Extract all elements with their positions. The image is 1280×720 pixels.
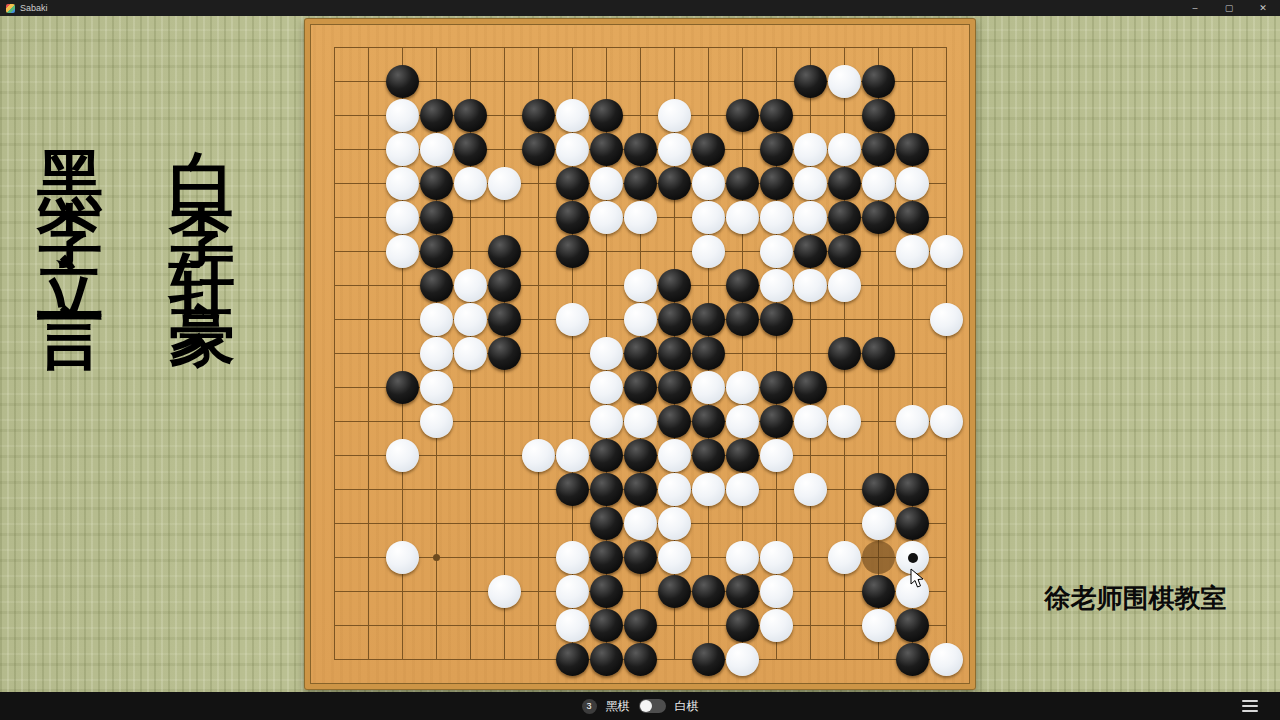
black-stone bbox=[896, 133, 929, 166]
black-stone bbox=[658, 405, 691, 438]
black-stone bbox=[420, 167, 453, 200]
black-stone bbox=[590, 609, 623, 642]
black-stone bbox=[420, 99, 453, 132]
black-stone bbox=[420, 235, 453, 268]
white-stone bbox=[760, 439, 793, 472]
black-stone bbox=[794, 65, 827, 98]
black-stone bbox=[760, 405, 793, 438]
white-stone bbox=[556, 575, 589, 608]
white-stone bbox=[454, 303, 487, 336]
white-stone bbox=[692, 371, 725, 404]
white-stone bbox=[624, 405, 657, 438]
white-stone bbox=[420, 405, 453, 438]
white-stone bbox=[828, 405, 861, 438]
white-stone bbox=[692, 235, 725, 268]
black-stone bbox=[624, 337, 657, 370]
white-stone bbox=[658, 473, 691, 506]
white-stone bbox=[386, 439, 419, 472]
close-button[interactable]: ✕ bbox=[1246, 0, 1280, 16]
white-stone bbox=[556, 303, 589, 336]
black-stone bbox=[556, 643, 589, 676]
black-stone bbox=[556, 167, 589, 200]
white-stone bbox=[930, 235, 963, 268]
black-stone bbox=[556, 201, 589, 234]
white-stone bbox=[658, 439, 691, 472]
white-stone bbox=[624, 269, 657, 302]
white-stone bbox=[420, 337, 453, 370]
black-stone bbox=[590, 133, 623, 166]
black-stone bbox=[522, 133, 555, 166]
white-stone bbox=[386, 133, 419, 166]
white-stone bbox=[930, 303, 963, 336]
black-stone bbox=[828, 337, 861, 370]
white-stone bbox=[726, 405, 759, 438]
white-stone bbox=[760, 269, 793, 302]
hamburger-menu-icon[interactable] bbox=[1242, 700, 1258, 712]
black-stone bbox=[590, 439, 623, 472]
app-window: Sabaki – ▢ ✕ 黑李立言 白李轩豪 徐老师围棋教室 3 黑棋 白棋 bbox=[0, 0, 1280, 720]
white-stone bbox=[794, 473, 827, 506]
white-stone bbox=[590, 405, 623, 438]
black-stone bbox=[624, 133, 657, 166]
white-player-name: 白李轩豪 bbox=[170, 98, 236, 298]
white-stone bbox=[386, 235, 419, 268]
white-stone bbox=[590, 337, 623, 370]
white-stone bbox=[760, 541, 793, 574]
black-stone bbox=[726, 609, 759, 642]
minimize-button[interactable]: – bbox=[1178, 0, 1212, 16]
white-stone bbox=[454, 167, 487, 200]
maximize-button[interactable]: ▢ bbox=[1212, 0, 1246, 16]
black-stone bbox=[454, 133, 487, 166]
white-stone bbox=[896, 167, 929, 200]
black-stone bbox=[590, 575, 623, 608]
black-stone bbox=[862, 65, 895, 98]
white-stone bbox=[386, 541, 419, 574]
bottom-toolbar: 3 黑棋 白棋 bbox=[0, 692, 1280, 720]
white-stone bbox=[726, 201, 759, 234]
mouse-cursor-icon bbox=[910, 568, 925, 593]
white-stone bbox=[590, 201, 623, 234]
black-stone bbox=[862, 201, 895, 234]
black-stone bbox=[828, 201, 861, 234]
sabaki-app-icon bbox=[6, 4, 15, 13]
black-stone bbox=[760, 303, 793, 336]
black-stone bbox=[692, 575, 725, 608]
white-stone bbox=[692, 201, 725, 234]
black-stone bbox=[488, 337, 521, 370]
white-stone bbox=[862, 609, 895, 642]
white-stone bbox=[828, 541, 861, 574]
white-stone bbox=[896, 405, 929, 438]
white-stone bbox=[726, 541, 759, 574]
black-stone bbox=[794, 235, 827, 268]
white-stone bbox=[556, 133, 589, 166]
white-stone bbox=[794, 201, 827, 234]
white-stone bbox=[794, 269, 827, 302]
black-stone bbox=[692, 439, 725, 472]
white-stone bbox=[794, 133, 827, 166]
white-turn-label[interactable]: 白棋 bbox=[675, 698, 699, 715]
turn-toggle[interactable] bbox=[639, 699, 666, 713]
black-stone bbox=[590, 643, 623, 676]
white-stone bbox=[658, 133, 691, 166]
white-stone bbox=[692, 473, 725, 506]
window-title: Sabaki bbox=[20, 3, 48, 13]
white-stone bbox=[454, 269, 487, 302]
white-stone bbox=[760, 235, 793, 268]
black-stone bbox=[692, 405, 725, 438]
black-stone bbox=[488, 235, 521, 268]
white-stone bbox=[658, 507, 691, 540]
black-stone bbox=[726, 269, 759, 302]
black-stone bbox=[522, 99, 555, 132]
window-controls: – ▢ ✕ bbox=[1178, 0, 1280, 16]
black-stone bbox=[590, 541, 623, 574]
black-stone bbox=[624, 541, 657, 574]
black-stone bbox=[624, 473, 657, 506]
white-stone bbox=[624, 507, 657, 540]
black-stone bbox=[726, 167, 759, 200]
white-stone bbox=[862, 167, 895, 200]
black-stone bbox=[862, 99, 895, 132]
white-stone bbox=[760, 575, 793, 608]
white-stone bbox=[556, 99, 589, 132]
white-stone bbox=[556, 541, 589, 574]
black-stone bbox=[726, 439, 759, 472]
black-stone bbox=[828, 167, 861, 200]
black-stone bbox=[386, 65, 419, 98]
white-stone bbox=[624, 303, 657, 336]
black-stone bbox=[590, 99, 623, 132]
white-stone bbox=[828, 65, 861, 98]
black-stone bbox=[386, 371, 419, 404]
black-stone bbox=[862, 133, 895, 166]
black-stone bbox=[896, 507, 929, 540]
white-stone bbox=[488, 575, 521, 608]
black-stone bbox=[692, 133, 725, 166]
black-stone bbox=[420, 269, 453, 302]
black-stone bbox=[726, 575, 759, 608]
white-stone bbox=[726, 643, 759, 676]
white-stone bbox=[454, 337, 487, 370]
black-stone bbox=[828, 235, 861, 268]
black-stone bbox=[692, 643, 725, 676]
white-stone bbox=[794, 167, 827, 200]
black-stone bbox=[726, 303, 759, 336]
white-stone bbox=[590, 167, 623, 200]
white-stone bbox=[420, 371, 453, 404]
white-stone bbox=[386, 201, 419, 234]
black-stone bbox=[726, 99, 759, 132]
white-stone bbox=[556, 439, 589, 472]
black-stone bbox=[862, 575, 895, 608]
hoshi-point bbox=[433, 554, 440, 561]
black-stone bbox=[896, 201, 929, 234]
white-stone bbox=[624, 201, 657, 234]
black-stone bbox=[488, 303, 521, 336]
move-count-badge: 3 bbox=[582, 699, 597, 714]
black-stone bbox=[624, 439, 657, 472]
black-stone bbox=[896, 473, 929, 506]
white-stone bbox=[488, 167, 521, 200]
black-stone bbox=[896, 609, 929, 642]
white-stone bbox=[692, 167, 725, 200]
black-stone bbox=[760, 99, 793, 132]
black-stone bbox=[488, 269, 521, 302]
white-stone bbox=[658, 99, 691, 132]
white-stone bbox=[794, 405, 827, 438]
title-bar: Sabaki – ▢ ✕ bbox=[0, 0, 1280, 16]
white-stone bbox=[896, 235, 929, 268]
black-stone bbox=[624, 609, 657, 642]
classroom-caption: 徐老师围棋教室 bbox=[1028, 581, 1243, 616]
black-stone bbox=[590, 473, 623, 506]
black-stone bbox=[556, 473, 589, 506]
white-stone bbox=[658, 541, 691, 574]
black-stone bbox=[760, 371, 793, 404]
white-stone bbox=[420, 133, 453, 166]
go-board[interactable] bbox=[304, 18, 976, 690]
black-stone bbox=[658, 371, 691, 404]
black-stone bbox=[862, 337, 895, 370]
black-stone bbox=[760, 133, 793, 166]
black-stone bbox=[658, 167, 691, 200]
last-move-marker bbox=[908, 553, 918, 563]
white-stone bbox=[930, 405, 963, 438]
white-stone bbox=[386, 167, 419, 200]
black-stone bbox=[420, 201, 453, 234]
black-player-name: 黑李立言 bbox=[38, 98, 104, 298]
black-stone bbox=[658, 269, 691, 302]
white-stone bbox=[760, 609, 793, 642]
white-stone bbox=[726, 371, 759, 404]
white-stone bbox=[828, 269, 861, 302]
black-stone bbox=[658, 575, 691, 608]
black-stone bbox=[658, 337, 691, 370]
black-stone bbox=[454, 99, 487, 132]
white-stone bbox=[862, 507, 895, 540]
white-stone bbox=[930, 643, 963, 676]
black-stone bbox=[896, 643, 929, 676]
white-stone bbox=[386, 99, 419, 132]
black-stone bbox=[692, 337, 725, 370]
white-stone bbox=[556, 609, 589, 642]
ghost-stone[interactable] bbox=[862, 541, 895, 574]
black-stone bbox=[760, 167, 793, 200]
black-turn-label[interactable]: 黑棋 bbox=[606, 698, 630, 715]
black-stone bbox=[658, 303, 691, 336]
white-stone bbox=[522, 439, 555, 472]
white-stone bbox=[726, 473, 759, 506]
white-stone bbox=[420, 303, 453, 336]
black-stone bbox=[624, 371, 657, 404]
black-stone bbox=[624, 167, 657, 200]
black-stone bbox=[590, 507, 623, 540]
board-grid bbox=[334, 47, 947, 660]
black-stone bbox=[556, 235, 589, 268]
white-stone bbox=[760, 201, 793, 234]
black-stone bbox=[862, 473, 895, 506]
black-stone bbox=[692, 303, 725, 336]
black-stone bbox=[794, 371, 827, 404]
white-stone bbox=[590, 371, 623, 404]
toggle-knob-icon bbox=[640, 700, 652, 712]
white-stone bbox=[828, 133, 861, 166]
black-stone bbox=[624, 643, 657, 676]
